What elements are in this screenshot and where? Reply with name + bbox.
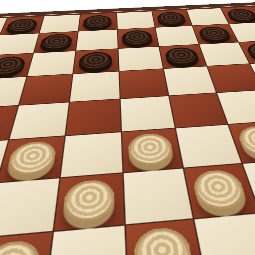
board-square[interactable] (117, 27, 158, 48)
dark-piece[interactable] (39, 33, 73, 49)
board-square[interactable] (27, 51, 75, 76)
board-square[interactable] (73, 49, 117, 74)
board-square[interactable] (9, 102, 68, 139)
board-square[interactable] (34, 31, 78, 52)
board-square[interactable] (70, 71, 119, 101)
board-square[interactable] (155, 26, 198, 46)
board-square[interactable] (216, 89, 255, 123)
board-square[interactable] (0, 139, 8, 186)
dark-piece[interactable] (83, 14, 112, 28)
dark-piece[interactable] (197, 26, 232, 41)
board-square[interactable] (45, 225, 125, 255)
board-square[interactable] (121, 128, 182, 172)
dark-piece[interactable] (0, 56, 27, 76)
board-square[interactable] (163, 66, 215, 95)
board-square[interactable] (39, 14, 79, 32)
board-square[interactable] (122, 168, 191, 224)
board-square[interactable] (119, 69, 168, 98)
dark-piece[interactable] (156, 11, 186, 24)
board-square[interactable] (61, 131, 122, 176)
light-piece[interactable] (132, 226, 193, 255)
board-square[interactable] (19, 74, 72, 104)
board-square[interactable] (159, 44, 206, 68)
board-square[interactable] (116, 11, 154, 29)
board-square[interactable] (76, 29, 117, 50)
dark-piece[interactable] (121, 29, 152, 45)
board-square[interactable] (0, 231, 52, 255)
board-square[interactable] (0, 33, 39, 55)
board-square[interactable] (66, 98, 120, 134)
board-square[interactable] (120, 95, 174, 130)
light-piece[interactable] (0, 238, 43, 255)
light-piece[interactable] (127, 132, 173, 166)
board-square[interactable] (183, 163, 255, 217)
perspective-scene (0, 0, 255, 255)
board-square[interactable] (193, 213, 255, 255)
dark-piece[interactable] (163, 47, 199, 65)
board-square[interactable] (0, 177, 59, 236)
dark-piece[interactable] (5, 18, 39, 32)
board-square[interactable] (118, 46, 162, 70)
checkers-board-frame (0, 2, 255, 255)
board-square[interactable] (0, 105, 18, 143)
light-piece[interactable] (5, 140, 57, 175)
board-square[interactable] (0, 135, 64, 181)
board-square[interactable] (175, 124, 240, 167)
board-square[interactable] (152, 9, 192, 27)
light-piece[interactable] (62, 178, 114, 222)
board-square[interactable] (228, 120, 255, 162)
dark-piece[interactable] (225, 8, 255, 21)
dark-piece[interactable] (78, 51, 112, 70)
board-square[interactable] (242, 159, 255, 212)
board-square[interactable] (124, 219, 204, 255)
light-piece[interactable] (190, 168, 248, 210)
board-grid (0, 6, 255, 255)
board-square[interactable] (54, 173, 123, 230)
light-piece[interactable] (234, 124, 255, 156)
board-square[interactable] (207, 64, 255, 92)
board-photo (0, 0, 255, 255)
board-square[interactable] (0, 16, 44, 35)
board-square[interactable] (79, 13, 117, 31)
